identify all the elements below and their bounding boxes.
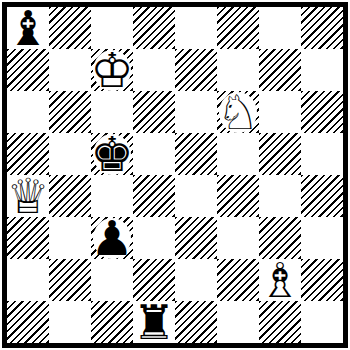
- square-b8[interactable]: [49, 7, 91, 49]
- square-d6[interactable]: [133, 91, 175, 133]
- square-c5[interactable]: ♚: [91, 133, 133, 175]
- square-g7[interactable]: [259, 49, 301, 91]
- square-h6[interactable]: [301, 91, 343, 133]
- square-f6[interactable]: ♘: [217, 91, 259, 133]
- square-a4[interactable]: ♕: [7, 175, 49, 217]
- square-f2[interactable]: [217, 259, 259, 301]
- square-a2[interactable]: [7, 259, 49, 301]
- white-king[interactable]: ♔: [90, 49, 133, 91]
- chess-diagram: ♝♔♘♚♕♟♗♜: [0, 0, 350, 350]
- square-b2[interactable]: [49, 259, 91, 301]
- square-a1[interactable]: [7, 301, 49, 343]
- square-e2[interactable]: [175, 259, 217, 301]
- square-h5[interactable]: [301, 133, 343, 175]
- white-knight[interactable]: ♘: [216, 91, 259, 133]
- square-b1[interactable]: [49, 301, 91, 343]
- square-e7[interactable]: [175, 49, 217, 91]
- black-king[interactable]: ♚: [90, 133, 133, 175]
- square-e8[interactable]: [175, 7, 217, 49]
- square-d8[interactable]: [133, 7, 175, 49]
- square-e5[interactable]: [175, 133, 217, 175]
- square-d4[interactable]: [133, 175, 175, 217]
- board-frame: ♝♔♘♚♕♟♗♜: [2, 2, 348, 348]
- square-a6[interactable]: [7, 91, 49, 133]
- square-d1[interactable]: ♜: [133, 301, 175, 343]
- square-d3[interactable]: [133, 217, 175, 259]
- square-c7[interactable]: ♔: [91, 49, 133, 91]
- black-pawn[interactable]: ♟: [90, 217, 133, 259]
- square-d7[interactable]: [133, 49, 175, 91]
- square-f3[interactable]: [217, 217, 259, 259]
- square-g6[interactable]: [259, 91, 301, 133]
- square-b4[interactable]: [49, 175, 91, 217]
- square-b5[interactable]: [49, 133, 91, 175]
- square-a8[interactable]: ♝: [7, 7, 49, 49]
- square-h1[interactable]: [301, 301, 343, 343]
- square-f4[interactable]: [217, 175, 259, 217]
- white-bishop[interactable]: ♗: [258, 259, 301, 301]
- square-h7[interactable]: [301, 49, 343, 91]
- square-e4[interactable]: [175, 175, 217, 217]
- square-b3[interactable]: [49, 217, 91, 259]
- square-c3[interactable]: ♟: [91, 217, 133, 259]
- chess-board: ♝♔♘♚♕♟♗♜: [7, 7, 343, 343]
- square-d5[interactable]: [133, 133, 175, 175]
- square-h3[interactable]: [301, 217, 343, 259]
- white-queen[interactable]: ♕: [6, 175, 49, 217]
- square-g5[interactable]: [259, 133, 301, 175]
- square-g8[interactable]: [259, 7, 301, 49]
- square-h8[interactable]: [301, 7, 343, 49]
- square-g4[interactable]: [259, 175, 301, 217]
- square-g2[interactable]: ♗: [259, 259, 301, 301]
- square-e6[interactable]: [175, 91, 217, 133]
- square-b6[interactable]: [49, 91, 91, 133]
- square-e1[interactable]: [175, 301, 217, 343]
- square-c1[interactable]: [91, 301, 133, 343]
- square-h4[interactable]: [301, 175, 343, 217]
- square-f8[interactable]: [217, 7, 259, 49]
- square-b7[interactable]: [49, 49, 91, 91]
- black-bishop[interactable]: ♝: [6, 7, 49, 49]
- black-rook[interactable]: ♜: [132, 301, 175, 343]
- square-h2[interactable]: [301, 259, 343, 301]
- square-f1[interactable]: [217, 301, 259, 343]
- square-e3[interactable]: [175, 217, 217, 259]
